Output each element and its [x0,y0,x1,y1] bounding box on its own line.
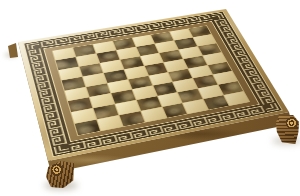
chess-board[interactable] [18,9,289,161]
photo-stage [0,0,300,196]
board-top-face [18,9,289,161]
